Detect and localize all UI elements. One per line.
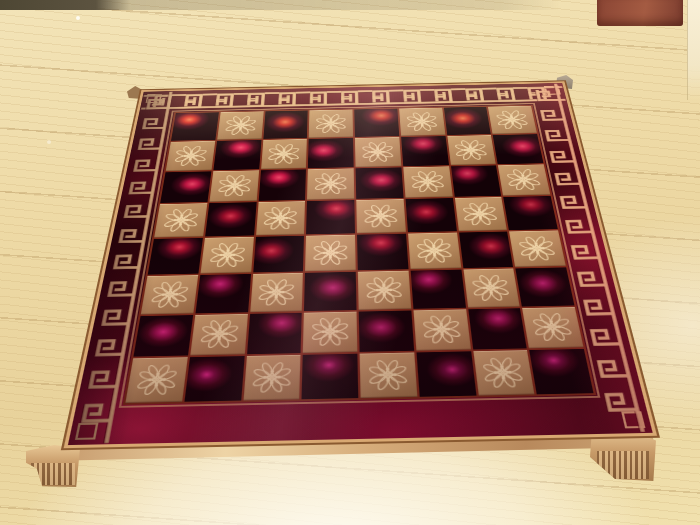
square-f5[interactable] [405,198,456,232]
tile-emboss [463,268,520,307]
tile-emboss [399,108,445,136]
square-b4[interactable] [200,237,253,274]
square-a5[interactable] [154,203,207,237]
square-f2[interactable] [413,309,470,351]
dust-speck [47,140,51,144]
square-g6[interactable] [451,165,502,197]
square-g7[interactable] [447,135,496,165]
square-b8[interactable] [217,111,263,139]
square-d4[interactable] [305,235,355,271]
square-h3[interactable] [516,267,575,306]
background-brick [597,0,683,26]
square-g2[interactable] [468,308,527,350]
square-c4[interactable] [253,236,304,272]
square-e3[interactable] [358,271,411,310]
square-g3[interactable] [463,268,520,307]
square-c8[interactable] [263,110,308,138]
square-f4[interactable] [408,233,461,269]
tile-emboss [141,275,198,314]
square-d2[interactable] [303,311,357,353]
square-e4[interactable] [357,234,408,270]
square-a6[interactable] [160,171,211,203]
tile-emboss [307,168,354,200]
square-e6[interactable] [356,167,404,199]
tile-emboss [166,141,215,171]
tile-emboss [303,311,357,353]
tile-emboss [256,201,306,235]
square-b6[interactable] [209,170,259,202]
square-h2[interactable] [522,307,583,349]
square-g8[interactable] [444,107,491,135]
tile-emboss [309,110,353,138]
square-h6[interactable] [498,164,550,196]
square-d8[interactable] [309,110,353,138]
square-h5[interactable] [504,196,558,230]
square-h7[interactable] [493,134,543,164]
tile-emboss [358,271,411,310]
square-g5[interactable] [454,197,507,231]
tile-emboss [447,135,496,165]
tile-emboss [454,197,507,231]
tile-emboss [261,139,307,169]
square-a1[interactable] [125,357,187,403]
tile-emboss [360,353,417,398]
tile-emboss [250,273,303,312]
square-h8[interactable] [488,106,537,134]
square-c7[interactable] [261,139,307,169]
tile-emboss [509,230,565,266]
board-grid [123,105,597,405]
square-f3[interactable] [410,269,465,308]
square-c6[interactable] [258,169,306,201]
square-a4[interactable] [148,238,203,275]
square-a3[interactable] [141,275,198,314]
square-h4[interactable] [509,230,565,266]
tile-emboss [217,111,263,139]
tile-emboss [125,357,187,403]
dust-speck [76,16,80,20]
square-d3[interactable] [304,272,356,311]
board-top-face [68,83,653,445]
tile-emboss [356,199,405,233]
tile-emboss [243,355,301,400]
square-e8[interactable] [354,109,399,137]
square-a2[interactable] [133,315,193,357]
square-g1[interactable] [473,350,535,395]
square-g4[interactable] [459,232,514,268]
square-e5[interactable] [356,199,405,233]
tile-emboss [488,106,537,134]
square-c3[interactable] [250,273,303,312]
square-d7[interactable] [308,138,354,168]
square-e7[interactable] [355,137,401,167]
background-wall-strip [687,0,700,100]
square-h1[interactable] [530,349,594,394]
square-b1[interactable] [184,356,244,401]
square-c1[interactable] [243,355,301,400]
square-d5[interactable] [306,200,355,234]
square-a7[interactable] [166,141,215,171]
square-f8[interactable] [399,108,445,136]
square-d6[interactable] [307,168,354,200]
chess-board [68,83,653,445]
tile-emboss [154,203,207,237]
background-shelf-edge [0,0,700,10]
square-f1[interactable] [416,352,476,397]
square-c5[interactable] [256,201,306,235]
tile-emboss [305,235,355,271]
square-f6[interactable] [403,166,452,198]
tile-emboss [522,307,583,349]
square-f7[interactable] [401,136,449,166]
square-b5[interactable] [205,202,256,236]
square-b2[interactable] [190,314,248,356]
tile-emboss [200,237,253,274]
square-c2[interactable] [246,312,302,354]
square-b7[interactable] [213,140,261,170]
tile-emboss [355,137,401,167]
square-e1[interactable] [360,353,417,398]
tile-emboss [473,350,535,395]
square-d1[interactable] [302,354,358,399]
tile-emboss [209,170,259,202]
square-b3[interactable] [195,274,250,313]
tile-emboss [403,166,452,198]
photo-scene [0,0,700,525]
tile-emboss [413,309,470,351]
square-a8[interactable] [171,112,219,140]
tile-emboss [498,164,550,196]
tile-emboss [408,233,461,269]
square-e2[interactable] [359,310,414,352]
tile-emboss [190,314,248,356]
